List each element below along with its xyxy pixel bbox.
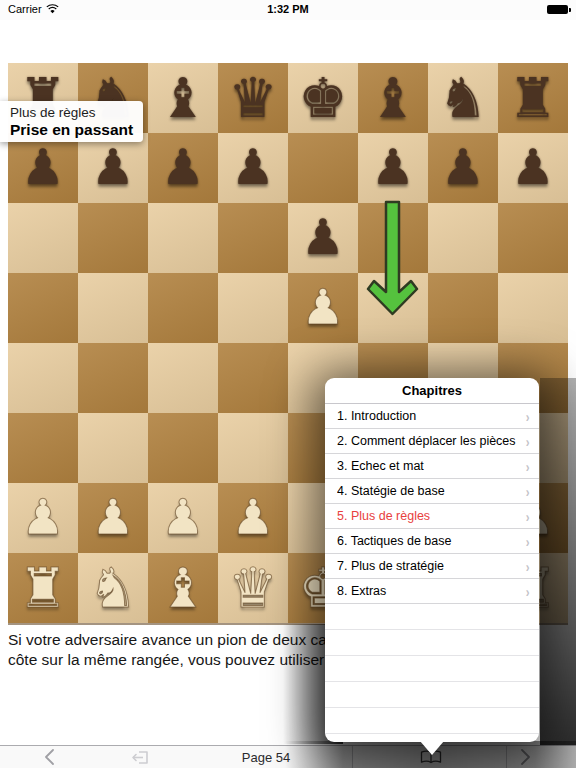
piece-white-rook-a1: ♜ [18, 553, 67, 623]
chevron-left-icon [44, 748, 55, 766]
square-c5 [148, 273, 218, 343]
piece-black-pawn-f7: ♟ [371, 133, 415, 203]
square-h7: ♟ [498, 133, 568, 203]
chapter-name: Plus de règles [10, 104, 143, 121]
chevron-right-icon: › [526, 584, 530, 599]
piece-black-bishop-f8: ♝ [368, 63, 417, 133]
square-b7: ♟ [78, 133, 148, 203]
chapter-item-3[interactable]: 3. Echec et mat› [325, 454, 539, 479]
piece-white-pawn-b2: ♟ [91, 483, 135, 553]
piece-white-pawn-a2: ♟ [21, 483, 65, 553]
chevron-right-icon: › [526, 409, 530, 424]
empty-list-row [325, 708, 539, 734]
piece-black-pawn-b7: ♟ [91, 133, 135, 203]
piece-white-pawn-e5: ♟ [301, 273, 345, 343]
square-h6 [498, 203, 568, 273]
square-g5 [428, 273, 498, 343]
piece-white-bishop-c1: ♝ [158, 553, 207, 623]
piece-black-king-e8: ♚ [298, 63, 347, 133]
chevron-right-icon: › [526, 434, 530, 449]
empty-list-row [325, 604, 539, 630]
chapter-item-label: 4. Statégie de base [337, 484, 525, 498]
empty-list-row [325, 630, 539, 656]
square-g6 [428, 203, 498, 273]
square-d8: ♛ [218, 63, 288, 133]
chapter-item-6[interactable]: 6. Tactiques de base› [325, 529, 539, 554]
chapter-item-4[interactable]: 4. Statégie de base› [325, 479, 539, 504]
square-b5 [78, 273, 148, 343]
square-b1: ♞ [78, 553, 148, 623]
square-d1: ♛ [218, 553, 288, 623]
exit-icon [130, 748, 150, 766]
chapter-list: 1. Introduction›2. Comment déplacer les … [325, 404, 539, 734]
square-d5 [218, 273, 288, 343]
next-page-button[interactable] [514, 746, 536, 768]
chevron-right-icon: › [526, 559, 530, 574]
chapter-section-label: Plus de règles Prise en passant [0, 101, 143, 142]
piece-black-pawn-d7: ♟ [231, 133, 275, 203]
square-e7 [288, 133, 358, 203]
chevron-right-icon [520, 748, 531, 766]
chapter-item-7[interactable]: 7. Plus de stratégie› [325, 554, 539, 579]
square-c8: ♝ [148, 63, 218, 133]
chevron-right-icon: › [526, 459, 530, 474]
square-e8: ♚ [288, 63, 358, 133]
square-d4 [218, 343, 288, 413]
piece-black-pawn-a7: ♟ [21, 133, 65, 203]
square-a6 [8, 203, 78, 273]
square-a5 [8, 273, 78, 343]
toolbar-separator [352, 746, 353, 768]
chapters-popover: Chapitres 1. Introduction›2. Comment dép… [325, 378, 539, 742]
square-c6 [148, 203, 218, 273]
piece-white-pawn-c2: ♟ [161, 483, 205, 553]
chapter-item-label: 3. Echec et mat [337, 459, 525, 473]
square-f8: ♝ [358, 63, 428, 133]
square-d6 [218, 203, 288, 273]
chapter-item-label: 8. Extras [337, 584, 525, 598]
status-bar: Carrier 1:32 PM [0, 0, 576, 20]
square-d3 [218, 413, 288, 483]
square-d2: ♟ [218, 483, 288, 553]
square-c1: ♝ [148, 553, 218, 623]
piece-black-pawn-e6: ♟ [301, 203, 345, 273]
move-arrow-f7-f5 [358, 196, 428, 326]
square-h5 [498, 273, 568, 343]
empty-list-row [325, 682, 539, 708]
square-c2: ♟ [148, 483, 218, 553]
chevron-right-icon: › [526, 484, 530, 499]
square-a3 [8, 413, 78, 483]
chapter-item-label: 6. Tactiques de base [337, 534, 525, 548]
square-a1: ♜ [8, 553, 78, 623]
square-g7: ♟ [428, 133, 498, 203]
chapter-item-5[interactable]: 5. Plus de règles› [325, 504, 539, 529]
empty-list-row [325, 656, 539, 682]
chapter-item-label: 2. Comment déplacer les pièces [337, 434, 525, 448]
square-e6: ♟ [288, 203, 358, 273]
piece-black-bishop-c8: ♝ [158, 63, 207, 133]
toolbar-separator [506, 746, 507, 768]
square-e5: ♟ [288, 273, 358, 343]
square-b3 [78, 413, 148, 483]
prev-page-button[interactable] [38, 746, 60, 768]
chapter-item-label: 7. Plus de stratégie [337, 559, 525, 573]
piece-black-rook-h8: ♜ [508, 63, 557, 133]
square-c3 [148, 413, 218, 483]
piece-white-pawn-d2: ♟ [231, 483, 275, 553]
piece-black-queen-d8: ♛ [228, 63, 277, 133]
chapter-item-label: 1. Introduction [337, 409, 525, 423]
battery-icon [547, 5, 568, 14]
square-g8: ♞ [428, 63, 498, 133]
piece-white-queen-d1: ♛ [228, 553, 277, 623]
bottom-toolbar: Page 54 [0, 745, 576, 768]
square-b6 [78, 203, 148, 273]
piece-black-pawn-h7: ♟ [511, 133, 555, 203]
chevron-right-icon: › [526, 534, 530, 549]
chapter-item-1[interactable]: 1. Introduction› [325, 404, 539, 429]
square-a2: ♟ [8, 483, 78, 553]
app-screen: Carrier 1:32 PM ♜♞♝♛♚♝♞♜♟♟♟♟♟♟♟♟♟♟♟♟♟♟♟♟… [0, 0, 576, 768]
chapter-item-2[interactable]: 2. Comment déplacer les pièces› [325, 429, 539, 454]
chapter-item-8[interactable]: 8. Extras› [325, 579, 539, 604]
chapter-item-label: 5. Plus de règles [337, 509, 525, 523]
square-a7: ♟ [8, 133, 78, 203]
square-b4 [78, 343, 148, 413]
square-b2: ♟ [78, 483, 148, 553]
chevron-right-icon: › [526, 509, 530, 524]
piece-black-pawn-c7: ♟ [161, 133, 205, 203]
section-name: Prise en passant [10, 121, 143, 139]
piece-white-knight-b1: ♞ [88, 553, 137, 623]
piece-black-knight-g8: ♞ [438, 63, 487, 133]
square-h8: ♜ [498, 63, 568, 133]
piece-black-pawn-g7: ♟ [441, 133, 485, 203]
exit-reader-button[interactable] [128, 746, 152, 768]
page-indicator: Page 54 [216, 750, 316, 765]
square-f7: ♟ [358, 133, 428, 203]
status-time: 1:32 PM [0, 3, 576, 15]
square-c4 [148, 343, 218, 413]
square-a4 [8, 343, 78, 413]
square-c7: ♟ [148, 133, 218, 203]
popover-title: Chapitres [325, 378, 539, 404]
square-d7: ♟ [218, 133, 288, 203]
